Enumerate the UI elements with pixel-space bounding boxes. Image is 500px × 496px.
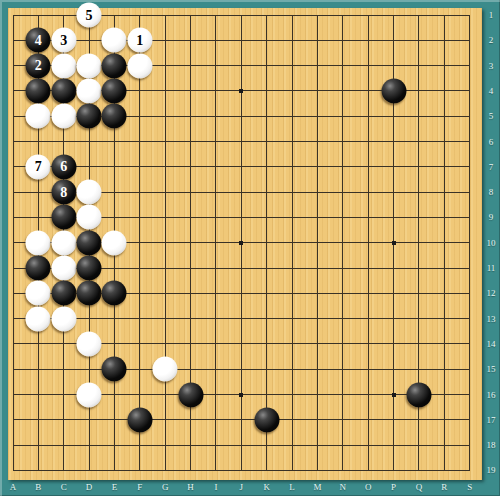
column-label-C: C — [61, 482, 67, 492]
black-stone-K17[interactable] — [254, 407, 279, 432]
column-label-D: D — [86, 482, 93, 492]
grid-line-vertical — [342, 15, 343, 470]
black-stone-D10[interactable] — [77, 230, 102, 255]
row-label-19: 19 — [487, 465, 496, 475]
black-stone-B11[interactable] — [26, 256, 51, 281]
black-stone-C4[interactable] — [51, 78, 76, 103]
row-label-5: 5 — [489, 111, 494, 121]
row-label-4: 4 — [489, 86, 494, 96]
column-label-E: E — [112, 482, 118, 492]
white-stone-D1[interactable]: 5 — [77, 3, 102, 28]
black-stone-B3[interactable]: 2 — [26, 53, 51, 78]
grid-line-horizontal — [13, 419, 470, 420]
white-stone-F3[interactable] — [127, 53, 152, 78]
column-label-J: J — [240, 482, 244, 492]
row-label-1: 1 — [489, 10, 494, 20]
move-number-label: 4 — [35, 33, 42, 47]
black-stone-D5[interactable] — [77, 104, 102, 129]
column-label-Q: Q — [416, 482, 423, 492]
white-stone-C13[interactable] — [51, 306, 76, 331]
white-stone-D14[interactable] — [77, 331, 102, 356]
white-stone-D8[interactable] — [77, 180, 102, 205]
row-label-17: 17 — [487, 415, 496, 425]
black-stone-H16[interactable] — [178, 382, 203, 407]
black-stone-B4[interactable] — [26, 78, 51, 103]
row-label-16: 16 — [487, 390, 496, 400]
row-label-15: 15 — [487, 364, 496, 374]
grid-line-vertical — [469, 15, 470, 470]
grid-line-vertical — [368, 15, 369, 470]
white-stone-D3[interactable] — [77, 53, 102, 78]
star-point-P10 — [392, 241, 396, 245]
white-stone-C3[interactable] — [51, 53, 76, 78]
move-number-label: 6 — [60, 160, 67, 174]
row-label-11: 11 — [487, 263, 496, 273]
white-stone-C11[interactable] — [51, 256, 76, 281]
black-stone-P4[interactable] — [381, 78, 406, 103]
white-stone-D4[interactable] — [77, 78, 102, 103]
move-number-label: 2 — [35, 59, 42, 73]
move-number-label: 8 — [60, 185, 67, 199]
black-stone-E12[interactable] — [102, 281, 127, 306]
row-label-12: 12 — [487, 288, 496, 298]
column-label-P: P — [391, 482, 396, 492]
star-point-P16 — [392, 393, 396, 397]
row-label-7: 7 — [489, 162, 494, 172]
grid-line-horizontal — [13, 470, 470, 471]
grid-line-horizontal — [13, 369, 470, 370]
white-stone-B7[interactable]: 7 — [26, 154, 51, 179]
grid-line-horizontal — [13, 318, 470, 319]
white-stone-B10[interactable] — [26, 230, 51, 255]
black-stone-D12[interactable] — [77, 281, 102, 306]
white-stone-B5[interactable] — [26, 104, 51, 129]
column-label-A: A — [10, 482, 17, 492]
column-label-R: R — [441, 482, 447, 492]
white-stone-B13[interactable] — [26, 306, 51, 331]
grid-line-horizontal — [13, 445, 470, 446]
column-label-K: K — [263, 482, 270, 492]
white-stone-B12[interactable] — [26, 281, 51, 306]
column-label-S: S — [467, 482, 472, 492]
row-label-6: 6 — [489, 137, 494, 147]
black-stone-B2[interactable]: 4 — [26, 28, 51, 53]
column-label-F: F — [137, 482, 142, 492]
column-label-N: N — [340, 482, 347, 492]
black-stone-C8[interactable]: 8 — [51, 180, 76, 205]
row-label-18: 18 — [487, 440, 496, 450]
grid-line-vertical — [292, 15, 293, 470]
black-stone-D11[interactable] — [77, 256, 102, 281]
white-stone-F2[interactable]: 1 — [127, 28, 152, 53]
white-stone-E2[interactable] — [102, 28, 127, 53]
grid-line-vertical — [444, 15, 445, 470]
row-label-13: 13 — [487, 314, 496, 324]
black-stone-E4[interactable] — [102, 78, 127, 103]
black-stone-E5[interactable] — [102, 104, 127, 129]
move-number-label: 1 — [136, 33, 143, 47]
black-stone-C12[interactable] — [51, 281, 76, 306]
row-label-2: 2 — [489, 35, 494, 45]
row-label-10: 10 — [487, 238, 496, 248]
star-point-J16 — [239, 393, 243, 397]
column-label-I: I — [214, 482, 217, 492]
black-stone-F17[interactable] — [127, 407, 152, 432]
black-stone-E3[interactable] — [102, 53, 127, 78]
move-number-label: 7 — [35, 160, 42, 174]
black-stone-C7[interactable]: 6 — [51, 154, 76, 179]
white-stone-C5[interactable] — [51, 104, 76, 129]
go-app-window: 54312768 ABCDEFGHIJKLMNOPQRS123456789101… — [0, 0, 500, 496]
white-stone-E10[interactable] — [102, 230, 127, 255]
column-label-L: L — [289, 482, 295, 492]
row-label-3: 3 — [489, 61, 494, 71]
row-label-8: 8 — [489, 187, 494, 197]
row-label-14: 14 — [487, 339, 496, 349]
move-number-label: 3 — [60, 33, 67, 47]
column-label-H: H — [187, 482, 194, 492]
row-label-9: 9 — [489, 212, 494, 222]
white-stone-D16[interactable] — [77, 382, 102, 407]
column-label-B: B — [35, 482, 41, 492]
star-point-J4 — [239, 89, 243, 93]
column-label-G: G — [162, 482, 169, 492]
move-number-label: 5 — [86, 8, 93, 22]
black-stone-E15[interactable] — [102, 357, 127, 382]
white-stone-G15[interactable] — [153, 357, 178, 382]
grid-line-vertical — [266, 15, 267, 470]
column-label-O: O — [365, 482, 372, 492]
black-stone-Q16[interactable] — [406, 382, 431, 407]
white-stone-C2[interactable]: 3 — [51, 28, 76, 53]
column-label-M: M — [313, 482, 321, 492]
star-point-J10 — [239, 241, 243, 245]
white-stone-D9[interactable] — [77, 205, 102, 230]
grid-line-vertical — [317, 15, 318, 470]
black-stone-C9[interactable] — [51, 205, 76, 230]
white-stone-C10[interactable] — [51, 230, 76, 255]
